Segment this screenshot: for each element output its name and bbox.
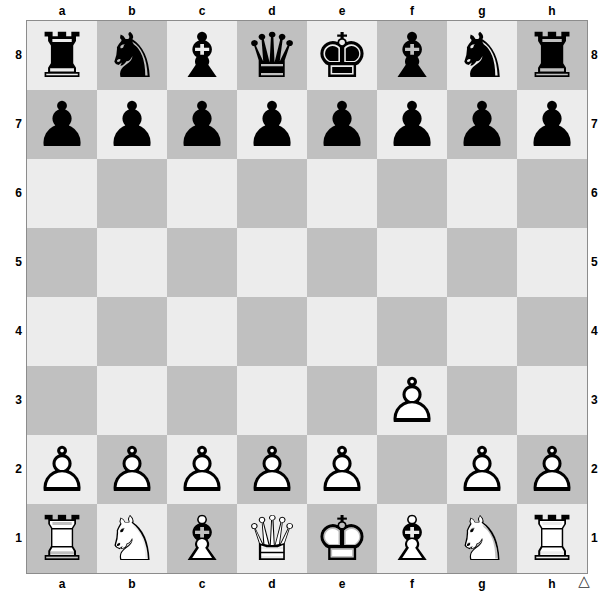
rank-label-4: 4 xyxy=(591,297,607,366)
chess-board[interactable]: ♜♞♝♛♚♝♞♜♟♟♟♟♟♟♟♟♟♙♟♙♟♙♟♙♟♙♟♙♟♙♟♙♜♖♞♘♝♗♛♕… xyxy=(26,20,588,574)
square-e4[interactable] xyxy=(307,297,377,366)
piece-outline: ♕ xyxy=(237,504,307,573)
square-a5[interactable] xyxy=(27,228,97,297)
square-f2[interactable] xyxy=(377,435,447,504)
square-e3[interactable] xyxy=(307,366,377,435)
file-label-c: c xyxy=(167,578,237,591)
square-e1[interactable]: ♚♔ xyxy=(307,504,377,573)
square-a8[interactable]: ♜ xyxy=(27,21,97,90)
rank-labels-left: 87654321 xyxy=(6,21,22,573)
file-label-c: c xyxy=(167,5,237,18)
piece-outline: ♙ xyxy=(377,366,447,435)
square-b2[interactable]: ♟♙ xyxy=(97,435,167,504)
square-c5[interactable] xyxy=(167,228,237,297)
square-c6[interactable] xyxy=(167,159,237,228)
square-e2[interactable]: ♟♙ xyxy=(307,435,377,504)
rank-label-8: 8 xyxy=(591,21,607,90)
square-c2[interactable]: ♟♙ xyxy=(167,435,237,504)
black-rook[interactable]: ♜ xyxy=(27,21,97,90)
black-pawn[interactable]: ♟ xyxy=(517,90,587,159)
white-pawn[interactable]: ♟♙ xyxy=(97,435,167,504)
square-g7[interactable]: ♟ xyxy=(447,90,517,159)
black-king[interactable]: ♚ xyxy=(307,21,377,90)
square-b3[interactable] xyxy=(97,366,167,435)
rank-label-8: 8 xyxy=(6,21,22,90)
square-c8[interactable]: ♝ xyxy=(167,21,237,90)
square-d7[interactable]: ♟ xyxy=(237,90,307,159)
white-pawn[interactable]: ♟♙ xyxy=(167,435,237,504)
white-king[interactable]: ♚♔ xyxy=(307,504,377,573)
square-b6[interactable] xyxy=(97,159,167,228)
square-e5[interactable] xyxy=(307,228,377,297)
piece-outline: ♙ xyxy=(167,435,237,504)
file-labels-top: abcdefgh xyxy=(27,5,587,18)
square-b4[interactable] xyxy=(97,297,167,366)
file-label-f: f xyxy=(377,578,447,591)
white-pawn[interactable]: ♟♙ xyxy=(377,366,447,435)
black-pawn[interactable]: ♟ xyxy=(237,90,307,159)
square-d5[interactable] xyxy=(237,228,307,297)
square-b1[interactable]: ♞♘ xyxy=(97,504,167,573)
file-label-e: e xyxy=(307,578,377,591)
square-d6[interactable] xyxy=(237,159,307,228)
square-e7[interactable]: ♟ xyxy=(307,90,377,159)
piece-outline: ♔ xyxy=(307,504,377,573)
square-b5[interactable] xyxy=(97,228,167,297)
piece-outline: ♘ xyxy=(447,504,517,573)
rank-label-2: 2 xyxy=(591,435,607,504)
side-to-move-indicator: △ xyxy=(572,570,596,592)
square-f3[interactable]: ♟♙ xyxy=(377,366,447,435)
square-d4[interactable] xyxy=(237,297,307,366)
square-b7[interactable]: ♟ xyxy=(97,90,167,159)
piece-outline: ♙ xyxy=(517,435,587,504)
square-g6[interactable] xyxy=(447,159,517,228)
file-label-f: f xyxy=(377,5,447,18)
square-c1[interactable]: ♝♗ xyxy=(167,504,237,573)
file-label-g: g xyxy=(447,5,517,18)
piece-outline: ♗ xyxy=(167,504,237,573)
square-h1[interactable]: ♜♖ xyxy=(517,504,587,573)
white-pawn[interactable]: ♟♙ xyxy=(517,435,587,504)
file-label-b: b xyxy=(97,578,167,591)
square-h2[interactable]: ♟♙ xyxy=(517,435,587,504)
black-knight[interactable]: ♞ xyxy=(447,21,517,90)
black-rook[interactable]: ♜ xyxy=(517,21,587,90)
piece-outline: ♖ xyxy=(27,504,97,573)
square-d2[interactable]: ♟♙ xyxy=(237,435,307,504)
square-h3[interactable] xyxy=(517,366,587,435)
file-label-g: g xyxy=(447,578,517,591)
square-a4[interactable] xyxy=(27,297,97,366)
white-rook[interactable]: ♜♖ xyxy=(517,504,587,573)
piece-outline: ♖ xyxy=(517,504,587,573)
square-h8[interactable]: ♜ xyxy=(517,21,587,90)
rank-labels-right: 87654321 xyxy=(591,21,607,573)
white-pawn[interactable]: ♟♙ xyxy=(27,435,97,504)
square-a2[interactable]: ♟♙ xyxy=(27,435,97,504)
square-f1[interactable]: ♝♗ xyxy=(377,504,447,573)
square-f7[interactable]: ♟ xyxy=(377,90,447,159)
file-label-a: a xyxy=(27,5,97,18)
chess-app: abcdefgh 87654321 ♜♞♝♛♚♝♞♜♟♟♟♟♟♟♟♟♟♙♟♙♟♙… xyxy=(0,0,615,598)
rank-label-1: 1 xyxy=(591,504,607,573)
white-pawn[interactable]: ♟♙ xyxy=(447,435,517,504)
piece-outline: ♘ xyxy=(97,504,167,573)
white-knight[interactable]: ♞♘ xyxy=(447,504,517,573)
file-label-d: d xyxy=(237,578,307,591)
square-d3[interactable] xyxy=(237,366,307,435)
file-label-a: a xyxy=(27,578,97,591)
square-f4[interactable] xyxy=(377,297,447,366)
square-f5[interactable] xyxy=(377,228,447,297)
rank-label-5: 5 xyxy=(591,228,607,297)
square-a3[interactable] xyxy=(27,366,97,435)
white-pawn[interactable]: ♟♙ xyxy=(307,435,377,504)
square-g5[interactable] xyxy=(447,228,517,297)
black-pawn[interactable]: ♟ xyxy=(447,90,517,159)
square-g1[interactable]: ♞♘ xyxy=(447,504,517,573)
square-h7[interactable]: ♟ xyxy=(517,90,587,159)
square-e6[interactable] xyxy=(307,159,377,228)
file-label-d: d xyxy=(237,5,307,18)
rank-label-5: 5 xyxy=(6,228,22,297)
white-knight[interactable]: ♞♘ xyxy=(97,504,167,573)
black-pawn[interactable]: ♟ xyxy=(27,90,97,159)
black-queen[interactable]: ♛ xyxy=(237,21,307,90)
square-d1[interactable]: ♛♕ xyxy=(237,504,307,573)
square-g8[interactable]: ♞ xyxy=(447,21,517,90)
rank-label-4: 4 xyxy=(6,297,22,366)
black-pawn[interactable]: ♟ xyxy=(97,90,167,159)
rank-label-6: 6 xyxy=(591,159,607,228)
square-e8[interactable]: ♚ xyxy=(307,21,377,90)
square-h5[interactable] xyxy=(517,228,587,297)
rank-label-3: 3 xyxy=(591,366,607,435)
piece-outline: ♙ xyxy=(307,435,377,504)
black-pawn[interactable]: ♟ xyxy=(167,90,237,159)
white-queen[interactable]: ♛♕ xyxy=(237,504,307,573)
square-g3[interactable] xyxy=(447,366,517,435)
rank-label-3: 3 xyxy=(6,366,22,435)
piece-outline: ♗ xyxy=(377,504,447,573)
square-c3[interactable] xyxy=(167,366,237,435)
square-a6[interactable] xyxy=(27,159,97,228)
piece-outline: ♙ xyxy=(27,435,97,504)
rank-label-7: 7 xyxy=(6,90,22,159)
square-c4[interactable] xyxy=(167,297,237,366)
white-pawn[interactable]: ♟♙ xyxy=(237,435,307,504)
black-pawn[interactable]: ♟ xyxy=(307,90,377,159)
square-c7[interactable]: ♟ xyxy=(167,90,237,159)
white-bishop[interactable]: ♝♗ xyxy=(377,504,447,573)
square-a1[interactable]: ♜♖ xyxy=(27,504,97,573)
square-a7[interactable]: ♟ xyxy=(27,90,97,159)
piece-outline: ♙ xyxy=(97,435,167,504)
square-f6[interactable] xyxy=(377,159,447,228)
file-label-h: h xyxy=(517,5,587,18)
square-d8[interactable]: ♛ xyxy=(237,21,307,90)
file-label-e: e xyxy=(307,5,377,18)
black-pawn[interactable]: ♟ xyxy=(377,90,447,159)
black-bishop[interactable]: ♝ xyxy=(167,21,237,90)
piece-outline: ♙ xyxy=(237,435,307,504)
square-f8[interactable]: ♝ xyxy=(377,21,447,90)
black-knight[interactable]: ♞ xyxy=(97,21,167,90)
rank-label-6: 6 xyxy=(6,159,22,228)
square-g2[interactable]: ♟♙ xyxy=(447,435,517,504)
square-h4[interactable] xyxy=(517,297,587,366)
white-rook[interactable]: ♜♖ xyxy=(27,504,97,573)
square-h6[interactable] xyxy=(517,159,587,228)
square-b8[interactable]: ♞ xyxy=(97,21,167,90)
white-bishop[interactable]: ♝♗ xyxy=(167,504,237,573)
square-g4[interactable] xyxy=(447,297,517,366)
rank-label-7: 7 xyxy=(591,90,607,159)
file-label-b: b xyxy=(97,5,167,18)
rank-label-2: 2 xyxy=(6,435,22,504)
file-labels-bottom: abcdefgh xyxy=(27,578,587,591)
rank-label-1: 1 xyxy=(6,504,22,573)
piece-outline: ♙ xyxy=(447,435,517,504)
black-bishop[interactable]: ♝ xyxy=(377,21,447,90)
